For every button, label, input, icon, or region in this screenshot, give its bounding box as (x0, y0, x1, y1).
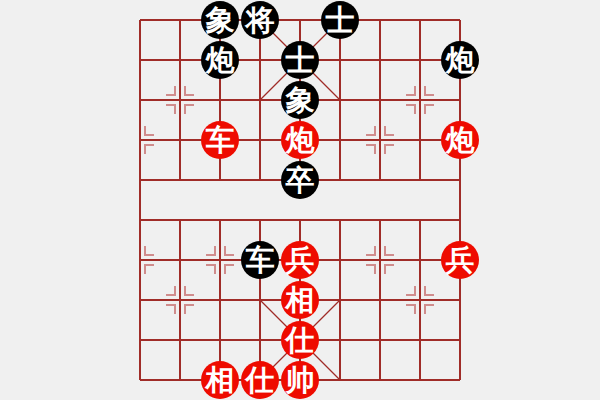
piece-red-chariot[interactable]: 车 (201, 121, 239, 159)
piece-black-elephant[interactable]: 象 (281, 81, 319, 119)
piece-black-cannon[interactable]: 炮 (201, 41, 239, 79)
piece-red-cannon[interactable]: 炮 (441, 121, 479, 159)
piece-red-cannon[interactable]: 炮 (281, 121, 319, 159)
piece-red-soldier[interactable]: 兵 (441, 241, 479, 279)
piece-red-elephant[interactable]: 相 (281, 281, 319, 319)
piece-black-cannon[interactable]: 炮 (441, 41, 479, 79)
piece-black-advisor[interactable]: 士 (321, 1, 359, 39)
board-pieces-layer: 象将士炮士炮象车炮炮卒车兵兵相仕相仕帅 (120, 0, 480, 400)
piece-black-elephant[interactable]: 象 (201, 1, 239, 39)
piece-black-soldier[interactable]: 卒 (281, 161, 319, 199)
piece-black-general[interactable]: 将 (241, 1, 279, 39)
piece-red-advisor[interactable]: 仕 (241, 361, 279, 399)
xiangqi-board-diagram: 象将士炮士炮象车炮炮卒车兵兵相仕相仕帅 (0, 0, 600, 400)
piece-black-advisor[interactable]: 士 (281, 41, 319, 79)
piece-black-chariot[interactable]: 车 (241, 241, 279, 279)
piece-red-elephant[interactable]: 相 (201, 361, 239, 399)
piece-red-general[interactable]: 帅 (281, 361, 319, 399)
piece-red-advisor[interactable]: 仕 (281, 321, 319, 359)
piece-red-soldier[interactable]: 兵 (281, 241, 319, 279)
